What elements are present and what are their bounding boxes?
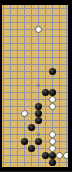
board-point-5-4[interactable] (35, 33, 42, 40)
board-point-1-7[interactable] (7, 54, 14, 61)
board-point-5-5[interactable] (35, 40, 42, 47)
board-point-2-0[interactable] (14, 5, 21, 12)
board-point-8-16[interactable] (56, 117, 63, 124)
board-point-1-3[interactable] (7, 26, 14, 33)
black-stone (42, 89, 49, 96)
board-point-5-10[interactable] (35, 75, 42, 82)
board-point-4-15[interactable] (28, 110, 35, 117)
board-point-3-19[interactable] (21, 138, 28, 145)
black-stone (49, 89, 56, 96)
white-stone (49, 103, 56, 110)
board-point-3-20[interactable] (21, 145, 28, 152)
board-point-6-13[interactable] (42, 96, 49, 103)
board-point-1-20[interactable] (7, 145, 14, 152)
board-point-2-12[interactable] (14, 89, 21, 96)
board-point-6-9[interactable] (42, 68, 49, 75)
board-point-4-6[interactable] (28, 47, 35, 54)
board-point-7-22[interactable] (49, 159, 56, 166)
board-point-3-21[interactable] (21, 152, 28, 159)
board-point-3-15[interactable] (21, 110, 28, 117)
board-point-5-0[interactable] (35, 5, 42, 12)
black-stone (28, 124, 35, 131)
board-point-1-17[interactable] (7, 124, 14, 131)
board-point-4-17[interactable] (28, 124, 35, 131)
goban-grid (0, 5, 70, 166)
board-point-6-8[interactable] (42, 61, 49, 68)
go-board-screenshot (0, 0, 72, 171)
board-point-4-13[interactable] (28, 96, 35, 103)
board-point-1-6[interactable] (7, 47, 14, 54)
board-point-6-21[interactable] (42, 152, 49, 159)
board-point-2-16[interactable] (14, 117, 21, 124)
board-point-7-1[interactable] (49, 12, 56, 19)
black-stone (49, 152, 56, 159)
board-point-8-12[interactable] (56, 89, 63, 96)
board-point-3-17[interactable] (21, 124, 28, 131)
board-point-5-13[interactable] (35, 96, 42, 103)
board-point-4-11[interactable] (28, 82, 35, 89)
board-point-1-0[interactable] (7, 5, 14, 12)
board-point-3-7[interactable] (21, 54, 28, 61)
board-point-5-19[interactable] (35, 138, 42, 145)
black-stone (35, 117, 42, 124)
board-point-7-18[interactable] (49, 131, 56, 138)
board-point-6-10[interactable] (42, 75, 49, 82)
board-point-6-4[interactable] (42, 33, 49, 40)
board-point-5-21[interactable] (35, 152, 42, 159)
board-point-4-4[interactable] (28, 33, 35, 40)
board-point-7-14[interactable] (49, 103, 56, 110)
board-point-6-15[interactable] (42, 110, 49, 117)
board-margin-top (0, 0, 72, 5)
board-edge-right (68, 0, 72, 171)
board-point-3-10[interactable] (21, 75, 28, 82)
white-stone (49, 138, 56, 145)
board-point-8-14[interactable] (56, 103, 63, 110)
black-stone (49, 68, 56, 75)
black-stone (42, 152, 49, 159)
board-point-8-7[interactable] (56, 54, 63, 61)
star-point (37, 133, 40, 136)
board-point-3-16[interactable] (21, 117, 28, 124)
board-point-2-15[interactable] (14, 110, 21, 117)
board-point-4-3[interactable] (28, 26, 35, 33)
board-point-4-18[interactable] (28, 131, 35, 138)
white-stone (56, 152, 63, 159)
board-point-8-13[interactable] (56, 96, 63, 103)
board-point-1-4[interactable] (7, 33, 14, 40)
board-point-8-18[interactable] (56, 131, 63, 138)
board-point-5-9[interactable] (35, 68, 42, 75)
board-point-3-22[interactable] (21, 159, 28, 166)
board-point-2-8[interactable] (14, 61, 21, 68)
board-point-1-22[interactable] (7, 159, 14, 166)
board-point-6-16[interactable] (42, 117, 49, 124)
board-point-4-21[interactable] (28, 152, 35, 159)
board-point-3-3[interactable] (21, 26, 28, 33)
board-point-6-14[interactable] (42, 103, 49, 110)
board-point-7-10[interactable] (49, 75, 56, 82)
board-point-3-2[interactable] (21, 19, 28, 26)
board-point-1-11[interactable] (7, 82, 14, 89)
board-point-6-22[interactable] (42, 159, 49, 166)
board-point-2-9[interactable] (14, 68, 21, 75)
board-point-3-8[interactable] (21, 61, 28, 68)
board-point-1-16[interactable] (7, 117, 14, 124)
board-point-4-12[interactable] (28, 89, 35, 96)
board-point-5-14[interactable] (35, 103, 42, 110)
board-point-2-14[interactable] (14, 103, 21, 110)
board-point-2-10[interactable] (14, 75, 21, 82)
board-point-4-7[interactable] (28, 54, 35, 61)
board-point-5-8[interactable] (35, 61, 42, 68)
board-point-5-20[interactable] (35, 145, 42, 152)
board-margin-left (0, 0, 2, 171)
board-point-5-2[interactable] (35, 19, 42, 26)
board-point-4-9[interactable] (28, 68, 35, 75)
white-stone (49, 131, 56, 138)
board-point-2-20[interactable] (14, 145, 21, 152)
board-point-7-12[interactable] (49, 89, 56, 96)
board-point-7-9[interactable] (49, 68, 56, 75)
black-stone (35, 110, 42, 117)
board-point-5-11[interactable] (35, 82, 42, 89)
white-stone (49, 96, 56, 103)
board-point-6-2[interactable] (42, 19, 49, 26)
board-point-4-10[interactable] (28, 75, 35, 82)
board-point-4-22[interactable] (28, 159, 35, 166)
star-point (37, 84, 40, 87)
board-point-2-21[interactable] (14, 152, 21, 159)
black-stone (35, 103, 42, 110)
board-point-3-5[interactable] (21, 40, 28, 47)
board-point-8-15[interactable] (56, 110, 63, 117)
board-point-4-1[interactable] (28, 12, 35, 19)
board-point-1-14[interactable] (7, 103, 14, 110)
board-point-2-5[interactable] (14, 40, 21, 47)
board-point-6-19[interactable] (42, 138, 49, 145)
board-point-4-16[interactable] (28, 117, 35, 124)
board-point-2-6[interactable] (14, 47, 21, 54)
board-point-7-8[interactable] (49, 61, 56, 68)
board-point-6-12[interactable] (42, 89, 49, 96)
board-point-5-12[interactable] (35, 89, 42, 96)
board-point-6-5[interactable] (42, 40, 49, 47)
board-point-7-2[interactable] (49, 19, 56, 26)
board-point-1-2[interactable] (7, 19, 14, 26)
board-point-7-15[interactable] (49, 110, 56, 117)
board-point-2-19[interactable] (14, 138, 21, 145)
board-point-8-0[interactable] (56, 5, 63, 12)
board-point-6-1[interactable] (42, 12, 49, 19)
board-point-1-12[interactable] (7, 89, 14, 96)
board-point-6-6[interactable] (42, 47, 49, 54)
board-point-6-11[interactable] (42, 82, 49, 89)
board-point-5-15[interactable] (35, 110, 42, 117)
board-point-4-0[interactable] (28, 5, 35, 12)
board-point-7-3[interactable] (49, 26, 56, 33)
board-point-1-8[interactable] (7, 61, 14, 68)
board-point-2-13[interactable] (14, 96, 21, 103)
board-point-3-18[interactable] (21, 131, 28, 138)
board-point-3-1[interactable] (21, 12, 28, 19)
white-stone (49, 145, 56, 152)
board-point-7-5[interactable] (49, 40, 56, 47)
board-point-2-18[interactable] (14, 131, 21, 138)
board-point-3-14[interactable] (21, 103, 28, 110)
board-point-8-3[interactable] (56, 26, 63, 33)
board-point-8-10[interactable] (56, 75, 63, 82)
board-point-4-5[interactable] (28, 40, 35, 47)
board-point-7-0[interactable] (49, 5, 56, 12)
board-point-8-11[interactable] (56, 82, 63, 89)
board-point-2-2[interactable] (14, 19, 21, 26)
board-point-1-21[interactable] (7, 152, 14, 159)
board-point-8-19[interactable] (56, 138, 63, 145)
board-point-7-4[interactable] (49, 33, 56, 40)
black-stone (21, 138, 28, 145)
board-point-6-20[interactable] (42, 145, 49, 152)
board-point-7-19[interactable] (49, 138, 56, 145)
board-point-3-0[interactable] (21, 5, 28, 12)
board-point-6-3[interactable] (42, 26, 49, 33)
board-point-7-20[interactable] (49, 145, 56, 152)
board-point-3-9[interactable] (21, 68, 28, 75)
board-point-7-7[interactable] (49, 54, 56, 61)
board-point-8-1[interactable] (56, 12, 63, 19)
board-point-1-10[interactable] (7, 75, 14, 82)
board-point-8-4[interactable] (56, 33, 63, 40)
board-point-5-7[interactable] (35, 54, 42, 61)
board-point-7-16[interactable] (49, 117, 56, 124)
board-point-7-6[interactable] (49, 47, 56, 54)
board-point-3-11[interactable] (21, 82, 28, 89)
board-point-7-21[interactable] (49, 152, 56, 159)
board-point-2-22[interactable] (14, 159, 21, 166)
board-point-4-8[interactable] (28, 61, 35, 68)
black-stone (49, 159, 56, 166)
board-point-7-13[interactable] (49, 96, 56, 103)
board-point-5-18[interactable] (35, 131, 42, 138)
board-point-8-21[interactable] (56, 152, 63, 159)
board-point-1-15[interactable] (7, 110, 14, 117)
board-point-4-19[interactable] (28, 138, 35, 145)
board-point-5-16[interactable] (35, 117, 42, 124)
board-point-1-1[interactable] (7, 12, 14, 19)
board-edge-bottom (0, 167, 72, 172)
board-point-6-0[interactable] (42, 5, 49, 12)
board-point-3-4[interactable] (21, 33, 28, 40)
board-point-2-4[interactable] (14, 33, 21, 40)
black-stone (28, 145, 35, 152)
board-point-2-11[interactable] (14, 82, 21, 89)
board-point-2-1[interactable] (14, 12, 21, 19)
board-point-5-1[interactable] (35, 12, 42, 19)
board-point-7-17[interactable] (49, 124, 56, 131)
board-point-8-20[interactable] (56, 145, 63, 152)
board-point-5-17[interactable] (35, 124, 42, 131)
board-point-8-5[interactable] (56, 40, 63, 47)
board-point-8-8[interactable] (56, 61, 63, 68)
board-point-3-13[interactable] (21, 96, 28, 103)
board-point-5-6[interactable] (35, 47, 42, 54)
board-point-7-11[interactable] (49, 82, 56, 89)
white-stone (35, 26, 42, 33)
board-point-6-7[interactable] (42, 54, 49, 61)
board-point-1-18[interactable] (7, 131, 14, 138)
board-point-3-6[interactable] (21, 47, 28, 54)
board-point-6-18[interactable] (42, 131, 49, 138)
board-point-2-17[interactable] (14, 124, 21, 131)
white-stone (21, 110, 28, 117)
board-point-4-14[interactable] (28, 103, 35, 110)
board-point-8-6[interactable] (56, 47, 63, 54)
board-point-8-22[interactable] (56, 159, 63, 166)
board-point-6-17[interactable] (42, 124, 49, 131)
board-point-2-7[interactable] (14, 54, 21, 61)
board-point-5-3[interactable] (35, 26, 42, 33)
board-point-8-9[interactable] (56, 68, 63, 75)
board-point-1-9[interactable] (7, 68, 14, 75)
board-point-4-20[interactable] (28, 145, 35, 152)
black-stone (35, 138, 42, 145)
board-point-1-19[interactable] (7, 138, 14, 145)
board-point-1-13[interactable] (7, 96, 14, 103)
board-point-8-17[interactable] (56, 124, 63, 131)
board-point-1-5[interactable] (7, 40, 14, 47)
board-point-3-12[interactable] (21, 89, 28, 96)
board-point-4-2[interactable] (28, 19, 35, 26)
board-point-2-3[interactable] (14, 26, 21, 33)
board-point-8-2[interactable] (56, 19, 63, 26)
board-point-5-22[interactable] (35, 159, 42, 166)
